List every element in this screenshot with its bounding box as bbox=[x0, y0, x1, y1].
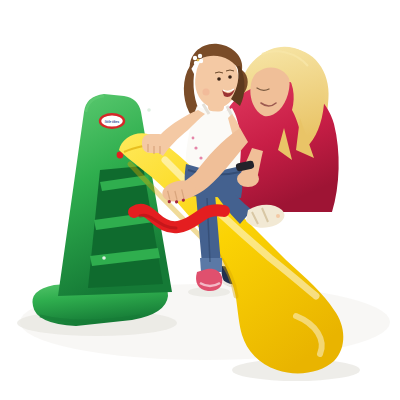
child-eye bbox=[217, 77, 221, 81]
child-blush bbox=[203, 89, 210, 96]
brand-logo: little tikes bbox=[100, 114, 124, 128]
child-eye bbox=[228, 75, 232, 79]
ladder-rivet bbox=[102, 256, 106, 260]
product-photo: little tikes bbox=[0, 0, 400, 400]
woman-hand-on-leg bbox=[237, 171, 259, 187]
logo-text: little tikes bbox=[105, 120, 120, 124]
ladder-rivet bbox=[147, 108, 151, 112]
top-floral-dot bbox=[194, 146, 197, 149]
sandal-toes bbox=[276, 214, 280, 218]
scene-canvas: little tikes bbox=[0, 0, 400, 400]
child-pink-shoe bbox=[196, 269, 222, 291]
top-floral-dot bbox=[192, 137, 195, 140]
top-floral-dot bbox=[199, 156, 202, 159]
